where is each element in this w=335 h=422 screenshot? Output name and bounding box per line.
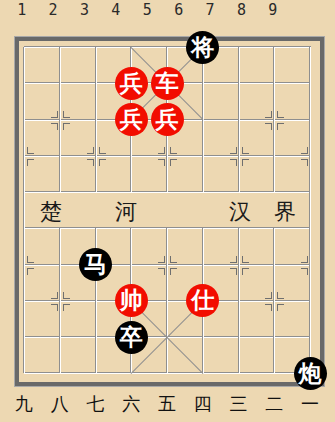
river-char-4: 界 (269, 197, 301, 227)
grid-line-file-0 (24, 47, 25, 373)
file-label-top-5: 5 (132, 1, 163, 19)
piece-black-horse[interactable]: 马 (79, 248, 112, 281)
grid-line-file-6-bottom (239, 228, 240, 373)
file-label-bottom-4: 四 (185, 392, 221, 416)
grid-line-rank-9 (24, 373, 311, 374)
grid-line-file-8 (310, 47, 311, 373)
piece-red-soldier-b[interactable]: 兵 (115, 103, 148, 136)
file-label-bottom-5: 五 (149, 392, 185, 416)
grid-line-file-1-top (60, 47, 61, 192)
file-label-bottom-6: 六 (113, 392, 149, 416)
river-char-1: 楚 (35, 197, 67, 227)
top-file-labels: 123456789 (6, 1, 289, 19)
piece-red-chariot[interactable]: 车 (151, 67, 184, 100)
grid-line-file-1-bottom (60, 228, 61, 373)
bottom-file-labels: 九八七六五四三二一 (6, 392, 328, 416)
piece-red-general[interactable]: 帅 (115, 284, 148, 317)
river-char-3: 汉 (224, 197, 256, 227)
piece-red-soldier-c[interactable]: 兵 (151, 103, 184, 136)
grid-line-file-7-top (274, 47, 275, 192)
file-label-bottom-9: 九 (6, 392, 42, 416)
file-label-top-7: 7 (194, 1, 225, 19)
file-label-top-4: 4 (100, 1, 131, 19)
file-label-top-1: 1 (6, 1, 37, 19)
river-char-2: 河 (110, 197, 142, 227)
grid-line-file-2-top (96, 47, 97, 192)
file-label-bottom-7: 七 (78, 392, 114, 416)
grid-line-file-4-bottom (167, 228, 168, 373)
grid-line-file-7-bottom (274, 228, 275, 373)
file-label-top-2: 2 (37, 1, 68, 19)
file-label-top-6: 6 (163, 1, 194, 19)
file-label-top-3: 3 (69, 1, 100, 19)
xiangqi-app: 123456789 楚河汉界将兵车兵兵马帅仕卒炮 九八七六五四三二一 (0, 0, 335, 422)
piece-black-soldier[interactable]: 卒 (115, 321, 148, 354)
piece-black-cannon[interactable]: 炮 (294, 357, 327, 390)
file-label-bottom-8: 八 (42, 392, 78, 416)
file-label-bottom-2: 二 (256, 392, 292, 416)
piece-red-soldier-a[interactable]: 兵 (115, 67, 148, 100)
grid-line-rank-4 (24, 192, 311, 193)
file-label-bottom-1: 一 (292, 392, 328, 416)
piece-black-general[interactable]: 将 (186, 31, 219, 64)
file-label-bottom-3: 三 (221, 392, 257, 416)
grid-line-file-6-top (239, 47, 240, 192)
file-label-top-8: 8 (226, 1, 257, 19)
file-label-top-9: 9 (257, 1, 288, 19)
